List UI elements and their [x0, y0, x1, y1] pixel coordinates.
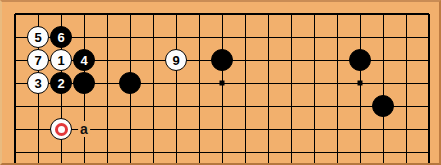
intersection	[119, 95, 142, 118]
intersection: 2	[50, 72, 73, 95]
intersection	[73, 26, 96, 49]
intersection	[142, 26, 165, 49]
intersection	[188, 118, 211, 141]
point-label: a	[78, 121, 90, 137]
intersection	[234, 141, 257, 164]
intersection	[349, 72, 372, 95]
go-diagram: 56714932a	[0, 0, 441, 165]
intersection	[27, 141, 50, 164]
intersection	[211, 95, 234, 118]
intersection	[73, 141, 96, 164]
intersection	[326, 141, 349, 164]
intersection	[96, 72, 119, 95]
intersection	[234, 118, 257, 141]
intersection	[280, 3, 303, 26]
intersection	[142, 141, 165, 164]
intersection	[257, 26, 280, 49]
intersection	[372, 3, 395, 26]
intersection	[372, 26, 395, 49]
intersection	[188, 95, 211, 118]
intersection	[165, 118, 188, 141]
intersection	[188, 26, 211, 49]
intersection	[395, 95, 418, 118]
intersection	[96, 141, 119, 164]
intersection	[349, 141, 372, 164]
intersection	[372, 72, 395, 95]
intersection	[96, 118, 119, 141]
intersection	[303, 118, 326, 141]
white-stone: 5	[27, 26, 49, 48]
intersection	[326, 95, 349, 118]
intersection	[349, 3, 372, 26]
intersection: 4	[73, 49, 96, 72]
intersection	[418, 3, 441, 26]
intersection	[303, 3, 326, 26]
intersection	[372, 95, 395, 118]
intersection	[234, 26, 257, 49]
intersection	[119, 118, 142, 141]
intersection	[50, 141, 73, 164]
intersection: 3	[27, 72, 50, 95]
intersection	[280, 49, 303, 72]
intersection	[188, 72, 211, 95]
intersection	[234, 72, 257, 95]
intersection	[96, 3, 119, 26]
intersection	[349, 26, 372, 49]
intersection	[326, 3, 349, 26]
intersection	[188, 3, 211, 26]
intersection	[326, 72, 349, 95]
intersection	[395, 118, 418, 141]
intersection: 7	[27, 49, 50, 72]
intersection	[73, 3, 96, 26]
intersection	[372, 118, 395, 141]
intersection	[257, 118, 280, 141]
intersection	[142, 118, 165, 141]
intersection	[165, 3, 188, 26]
black-stone	[211, 49, 233, 71]
intersection	[395, 72, 418, 95]
black-stone: 6	[50, 26, 72, 48]
intersection	[211, 3, 234, 26]
intersection	[27, 3, 50, 26]
intersection	[372, 141, 395, 164]
intersection	[418, 26, 441, 49]
intersection	[303, 95, 326, 118]
intersection	[395, 26, 418, 49]
intersection	[4, 72, 27, 95]
intersection	[165, 72, 188, 95]
intersection	[349, 95, 372, 118]
intersection	[188, 141, 211, 164]
intersection	[280, 141, 303, 164]
intersection	[280, 118, 303, 141]
intersection	[418, 95, 441, 118]
intersection	[211, 49, 234, 72]
black-stone: 2	[50, 72, 72, 94]
intersection	[211, 141, 234, 164]
intersection	[165, 95, 188, 118]
white-stone: 3	[27, 72, 49, 94]
intersection	[4, 3, 27, 26]
intersection	[50, 118, 73, 141]
black-stone: 4	[73, 49, 95, 71]
intersection	[211, 118, 234, 141]
intersection	[4, 141, 27, 164]
intersection	[326, 49, 349, 72]
intersection	[395, 141, 418, 164]
intersection	[50, 3, 73, 26]
intersection	[257, 141, 280, 164]
intersection	[142, 49, 165, 72]
intersection	[234, 95, 257, 118]
white-stone	[50, 118, 72, 140]
intersection	[96, 26, 119, 49]
white-stone: 9	[165, 49, 187, 71]
intersection	[119, 141, 142, 164]
intersection	[119, 26, 142, 49]
intersection	[418, 141, 441, 164]
intersection	[303, 49, 326, 72]
white-stone: 1	[50, 49, 72, 71]
black-stone	[119, 72, 141, 94]
black-stone	[349, 49, 371, 71]
intersection	[73, 72, 96, 95]
intersection	[280, 95, 303, 118]
intersection	[326, 118, 349, 141]
intersection	[395, 49, 418, 72]
intersection: 9	[165, 49, 188, 72]
intersection	[280, 26, 303, 49]
intersection	[142, 3, 165, 26]
intersection	[188, 49, 211, 72]
intersection	[257, 95, 280, 118]
circle-marker	[55, 123, 68, 136]
intersection	[349, 49, 372, 72]
intersection	[211, 26, 234, 49]
intersection	[418, 72, 441, 95]
intersection	[303, 26, 326, 49]
black-stone	[372, 95, 394, 117]
intersection	[303, 72, 326, 95]
intersection	[50, 95, 73, 118]
intersection	[372, 49, 395, 72]
go-board: 56714932a	[4, 3, 441, 164]
intersection	[303, 141, 326, 164]
intersection	[418, 118, 441, 141]
intersection	[96, 49, 119, 72]
intersection	[142, 95, 165, 118]
intersection	[4, 95, 27, 118]
intersection: a	[73, 118, 96, 141]
intersection	[119, 49, 142, 72]
white-stone: 7	[27, 49, 49, 71]
intersection: 1	[50, 49, 73, 72]
intersection	[257, 49, 280, 72]
intersection: 6	[50, 26, 73, 49]
intersection	[165, 26, 188, 49]
black-stone	[73, 72, 95, 94]
intersection	[73, 95, 96, 118]
star-point	[220, 81, 225, 86]
intersection	[142, 72, 165, 95]
star-point	[358, 81, 363, 86]
intersection	[4, 49, 27, 72]
intersection	[234, 49, 257, 72]
intersection	[395, 3, 418, 26]
intersection	[96, 95, 119, 118]
intersection	[257, 3, 280, 26]
intersection	[349, 118, 372, 141]
intersection	[4, 118, 27, 141]
intersection	[165, 141, 188, 164]
intersection	[119, 72, 142, 95]
intersection	[119, 3, 142, 26]
intersection	[27, 95, 50, 118]
intersection	[280, 72, 303, 95]
intersection	[257, 72, 280, 95]
intersection	[4, 26, 27, 49]
intersection	[326, 26, 349, 49]
intersection: 5	[27, 26, 50, 49]
intersection	[211, 72, 234, 95]
intersection	[234, 3, 257, 26]
intersection	[27, 118, 50, 141]
intersection	[418, 49, 441, 72]
